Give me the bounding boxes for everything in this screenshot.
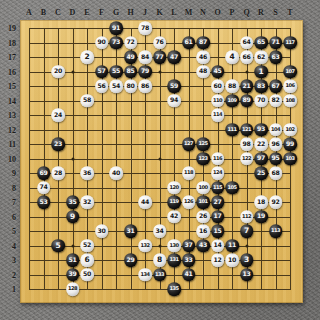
- stone-9-d6[interactable]: 9: [66, 210, 80, 224]
- stone-54-g15[interactable]: 54: [109, 79, 123, 93]
- stone-16-n5[interactable]: 16: [196, 224, 210, 238]
- stone-127-m11[interactable]: 127: [182, 137, 196, 151]
- stone-130-l4[interactable]: 130: [167, 239, 181, 253]
- stone-12-o3[interactable]: 12: [211, 253, 225, 267]
- column-label-p: P: [230, 7, 235, 19]
- stone-109-p14[interactable]: 109: [225, 94, 239, 108]
- stone-1-r16[interactable]: 1: [254, 65, 268, 79]
- stone-60-o15[interactable]: 60: [211, 79, 225, 93]
- stone-55-g16[interactable]: 55: [109, 65, 123, 79]
- star-point-d4: [71, 244, 74, 247]
- stone-35-d7[interactable]: 35: [66, 195, 80, 209]
- column-label-t: T: [287, 7, 292, 19]
- row-label-6: 6: [0, 212, 16, 221]
- stone-135-l1[interactable]: 135: [167, 282, 181, 296]
- row-label-1: 1: [0, 285, 16, 294]
- stone-86-j15[interactable]: 86: [138, 79, 152, 93]
- stone-98-q11[interactable]: 98: [240, 137, 254, 151]
- row-label-13: 13: [0, 111, 16, 120]
- stone-53-b7[interactable]: 53: [37, 195, 51, 209]
- stone-8-k3[interactable]: 8: [153, 253, 167, 267]
- stone-89-q14[interactable]: 89: [240, 94, 254, 108]
- stone-62-r17[interactable]: 62: [254, 50, 268, 64]
- stone-133-k2[interactable]: 133: [153, 268, 167, 282]
- stone-112-q6[interactable]: 112: [240, 210, 254, 224]
- stone-42-l6[interactable]: 42: [167, 210, 181, 224]
- column-label-c: C: [55, 7, 61, 19]
- stone-121-q12[interactable]: 121: [240, 123, 254, 137]
- star-point-q16: [245, 70, 248, 73]
- stone-18-r7[interactable]: 18: [254, 195, 268, 209]
- stone-10-p3[interactable]: 10: [225, 253, 239, 267]
- column-label-f: F: [99, 7, 104, 19]
- stone-106-t15[interactable]: 106: [283, 79, 297, 93]
- stone-21-q15[interactable]: 21: [240, 79, 254, 93]
- stone-40-g9[interactable]: 40: [109, 166, 123, 180]
- stone-56-f15[interactable]: 56: [95, 79, 109, 93]
- star-point-q4: [245, 244, 248, 247]
- stone-83-r15[interactable]: 83: [254, 79, 268, 93]
- stone-100-n8[interactable]: 100: [196, 181, 210, 195]
- stone-22-r11[interactable]: 22: [254, 137, 268, 151]
- stone-43-n4[interactable]: 43: [196, 239, 210, 253]
- stone-111-p12[interactable]: 111: [225, 123, 239, 137]
- stone-92-s7[interactable]: 92: [269, 195, 283, 209]
- stone-51-d3[interactable]: 51: [66, 253, 80, 267]
- stone-80-h15[interactable]: 80: [124, 79, 138, 93]
- stone-125-n11[interactable]: 125: [196, 137, 210, 151]
- stone-13-q2[interactable]: 13: [240, 268, 254, 282]
- stone-58-e14[interactable]: 58: [80, 94, 94, 108]
- stone-27-o7[interactable]: 27: [211, 195, 225, 209]
- stone-46-n17[interactable]: 46: [196, 50, 210, 64]
- stone-68-s9[interactable]: 68: [269, 166, 283, 180]
- stone-15-o5[interactable]: 15: [211, 224, 225, 238]
- stone-59-l15[interactable]: 59: [167, 79, 181, 93]
- stone-104-s12[interactable]: 104: [269, 123, 283, 137]
- stone-110-o14[interactable]: 110: [211, 94, 225, 108]
- stone-49-h17[interactable]: 49: [124, 50, 138, 64]
- stone-2-e17[interactable]: 2: [80, 50, 94, 64]
- stone-50-e2[interactable]: 50: [80, 268, 94, 282]
- stone-115-o8[interactable]: 115: [211, 181, 225, 195]
- star-point-k4: [158, 244, 161, 247]
- star-point-k10: [158, 157, 161, 160]
- stone-91-g19[interactable]: 91: [109, 21, 123, 35]
- stone-118-m9[interactable]: 118: [182, 166, 196, 180]
- stone-37-m4[interactable]: 37: [182, 239, 196, 253]
- grid-line-horizontal: [29, 188, 291, 189]
- stone-5-c4[interactable]: 5: [51, 239, 65, 253]
- stone-134-j2[interactable]: 134: [138, 268, 152, 282]
- column-label-g: G: [113, 7, 119, 19]
- row-label-14: 14: [0, 96, 16, 105]
- column-label-q: Q: [243, 7, 249, 19]
- stone-114-o13[interactable]: 114: [211, 108, 225, 122]
- stone-47-l17[interactable]: 47: [167, 50, 181, 64]
- stone-24-c13[interactable]: 24: [51, 108, 65, 122]
- stone-39-d2[interactable]: 39: [66, 268, 80, 282]
- stone-122-q10[interactable]: 122: [240, 152, 254, 166]
- stone-97-r10[interactable]: 97: [254, 152, 268, 166]
- stone-90-f18[interactable]: 90: [95, 36, 109, 50]
- stone-19-r6[interactable]: 19: [254, 210, 268, 224]
- stone-4-p17[interactable]: 4: [225, 50, 239, 64]
- stone-71-s18[interactable]: 71: [269, 36, 283, 50]
- stone-101-n7[interactable]: 101: [196, 195, 210, 209]
- stone-131-l3[interactable]: 131: [167, 253, 181, 267]
- column-label-r: R: [258, 7, 264, 19]
- stone-116-o10[interactable]: 116: [211, 152, 225, 166]
- stone-26-n6[interactable]: 26: [196, 210, 210, 224]
- column-label-b: B: [41, 7, 46, 19]
- stone-96-s11[interactable]: 96: [269, 137, 283, 151]
- stone-117-t18[interactable]: 117: [283, 36, 297, 50]
- column-label-a: A: [26, 7, 32, 19]
- row-label-15: 15: [0, 82, 16, 91]
- stone-79-j16[interactable]: 79: [138, 65, 152, 79]
- stone-132-j4[interactable]: 132: [138, 239, 152, 253]
- stone-29-h3[interactable]: 29: [124, 253, 138, 267]
- go-kifu-screenshot: { "game": { "name": "go", "board_size": …: [0, 0, 320, 320]
- stone-25-r9[interactable]: 25: [254, 166, 268, 180]
- stone-102-t12[interactable]: 102: [283, 123, 297, 137]
- column-label-k: K: [156, 7, 162, 19]
- stone-103-t10[interactable]: 103: [283, 152, 297, 166]
- row-label-19: 19: [0, 24, 16, 33]
- row-label-3: 3: [0, 256, 16, 265]
- stone-87-n18[interactable]: 87: [196, 36, 210, 50]
- stone-120-l8[interactable]: 120: [167, 181, 181, 195]
- stone-93-r12[interactable]: 93: [254, 123, 268, 137]
- stone-66-q17[interactable]: 66: [240, 50, 254, 64]
- stone-61-m18[interactable]: 61: [182, 36, 196, 50]
- stone-94-l14[interactable]: 94: [167, 94, 181, 108]
- column-label-n: N: [200, 7, 206, 19]
- stone-20-c16[interactable]: 20: [51, 65, 65, 79]
- row-label-16: 16: [0, 67, 16, 76]
- column-label-m: M: [185, 7, 193, 19]
- stone-3-q3[interactable]: 3: [240, 253, 254, 267]
- stone-31-h5[interactable]: 31: [124, 224, 138, 238]
- stone-6-e3[interactable]: 6: [80, 253, 94, 267]
- stone-107-t16[interactable]: 107: [283, 65, 297, 79]
- stone-23-c11[interactable]: 23: [51, 137, 65, 151]
- stone-84-j17[interactable]: 84: [138, 50, 152, 64]
- row-label-8: 8: [0, 183, 16, 192]
- stone-67-s15[interactable]: 67: [269, 79, 283, 93]
- stone-119-l7[interactable]: 119: [167, 195, 181, 209]
- star-point-k16: [158, 70, 161, 73]
- stone-28-c9[interactable]: 28: [51, 166, 65, 180]
- column-label-d: D: [70, 7, 76, 19]
- stone-52-e4[interactable]: 52: [80, 239, 94, 253]
- row-label-4: 4: [0, 241, 16, 250]
- stone-74-b8[interactable]: 74: [37, 181, 51, 195]
- stone-32-e7[interactable]: 32: [80, 195, 94, 209]
- row-label-5: 5: [0, 227, 16, 236]
- stone-73-g18[interactable]: 73: [109, 36, 123, 50]
- stone-63-s17[interactable]: 63: [269, 50, 283, 64]
- column-label-o: O: [214, 7, 220, 19]
- stone-64-q18[interactable]: 64: [240, 36, 254, 50]
- row-label-10: 10: [0, 154, 16, 163]
- row-label-2: 2: [0, 270, 16, 279]
- column-label-l: L: [171, 7, 176, 19]
- row-label-17: 17: [0, 53, 16, 62]
- stone-88-p15[interactable]: 88: [225, 79, 239, 93]
- stone-99-t11[interactable]: 99: [283, 137, 297, 151]
- stone-123-n10[interactable]: 123: [196, 152, 210, 166]
- stone-36-e9[interactable]: 36: [80, 166, 94, 180]
- stone-124-o9[interactable]: 124: [211, 166, 225, 180]
- column-label-j: J: [143, 7, 147, 19]
- stone-69-b9[interactable]: 69: [37, 166, 51, 180]
- row-label-18: 18: [0, 38, 16, 47]
- stone-95-s10[interactable]: 95: [269, 152, 283, 166]
- stone-34-k5[interactable]: 34: [153, 224, 167, 238]
- stone-113-s5[interactable]: 113: [269, 224, 283, 238]
- stone-76-k18[interactable]: 76: [153, 36, 167, 50]
- stone-85-h16[interactable]: 85: [124, 65, 138, 79]
- stone-65-r18[interactable]: 65: [254, 36, 268, 50]
- stone-11-p4[interactable]: 11: [225, 239, 239, 253]
- stone-126-m7[interactable]: 126: [182, 195, 196, 209]
- stone-105-p8[interactable]: 105: [225, 181, 239, 195]
- column-label-h: H: [127, 7, 133, 19]
- stone-128-d1[interactable]: 128: [66, 282, 80, 296]
- stone-17-o6[interactable]: 17: [211, 210, 225, 224]
- stone-57-f16[interactable]: 57: [95, 65, 109, 79]
- row-label-9: 9: [0, 169, 16, 178]
- grid-line-horizontal: [29, 173, 291, 174]
- stone-78-j19[interactable]: 78: [138, 21, 152, 35]
- column-label-s: S: [273, 7, 277, 19]
- stone-108-t14[interactable]: 108: [283, 94, 297, 108]
- stone-33-m3[interactable]: 33: [182, 253, 196, 267]
- stone-72-h18[interactable]: 72: [124, 36, 138, 50]
- stone-48-n16[interactable]: 48: [196, 65, 210, 79]
- stone-70-r14[interactable]: 70: [254, 94, 268, 108]
- star-point-d10: [71, 157, 74, 160]
- row-label-7: 7: [0, 198, 16, 207]
- row-label-12: 12: [0, 125, 16, 134]
- row-label-11: 11: [0, 140, 16, 149]
- column-label-e: E: [84, 7, 89, 19]
- stone-14-o4[interactable]: 14: [211, 239, 225, 253]
- stone-30-f5[interactable]: 30: [95, 224, 109, 238]
- stone-82-s14[interactable]: 82: [269, 94, 283, 108]
- stone-41-m2[interactable]: 41: [182, 268, 196, 282]
- stone-7-q5[interactable]: 7: [240, 224, 254, 238]
- star-point-d16: [71, 70, 74, 73]
- stone-45-o16[interactable]: 45: [211, 65, 225, 79]
- stone-44-j7[interactable]: 44: [138, 195, 152, 209]
- stone-77-k17[interactable]: 77: [153, 50, 167, 64]
- go-board[interactable]: 1234567891011121314151617181920212223242…: [20, 20, 303, 303]
